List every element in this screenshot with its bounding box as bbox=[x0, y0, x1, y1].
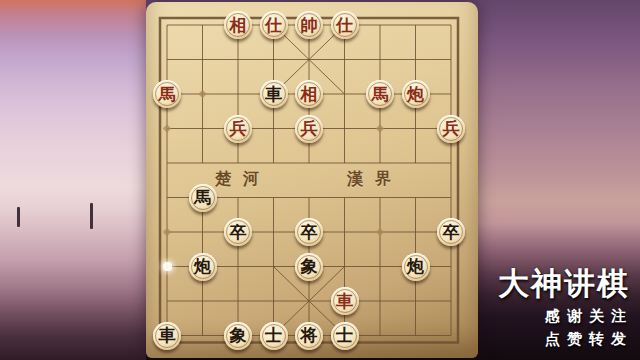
piece-black-chariot: 車 bbox=[153, 322, 181, 350]
piece-red-soldier: 兵 bbox=[295, 115, 323, 143]
caption-line2: 点赞转发 bbox=[545, 330, 633, 349]
piece-red-elephant: 相 bbox=[295, 80, 323, 108]
sea-post-left bbox=[17, 207, 20, 227]
xiangqi-board: 楚河 漢界 相仕帥仕馬車相馬炮兵兵兵馬卒卒卒炮象炮車車象士将士 bbox=[146, 2, 478, 358]
piece-black-advisor: 士 bbox=[260, 322, 288, 350]
sea-post-right bbox=[90, 203, 93, 229]
piece-red-horse: 馬 bbox=[366, 80, 394, 108]
piece-black-advisor: 士 bbox=[331, 322, 359, 350]
piece-black-horse: 馬 bbox=[189, 184, 217, 212]
caption-title: 大神讲棋 bbox=[498, 263, 630, 305]
piece-red-advisor: 仕 bbox=[260, 11, 288, 39]
piece-black-general: 将 bbox=[295, 322, 323, 350]
piece-black-soldier: 卒 bbox=[224, 218, 252, 246]
caption-line1: 感谢关注 bbox=[545, 307, 633, 326]
piece-black-elephant: 象 bbox=[295, 253, 323, 281]
piece-black-chariot: 車 bbox=[260, 80, 288, 108]
piece-black-cannon: 炮 bbox=[189, 253, 217, 281]
piece-red-cannon: 炮 bbox=[402, 80, 430, 108]
piece-red-soldier: 兵 bbox=[224, 115, 252, 143]
piece-red-general: 帥 bbox=[295, 11, 323, 39]
piece-black-cannon: 炮 bbox=[402, 253, 430, 281]
background-sea-sunset bbox=[0, 0, 146, 360]
piece-red-elephant: 相 bbox=[224, 11, 252, 39]
video-frame: 楚河 漢界 相仕帥仕馬車相馬炮兵兵兵馬卒卒卒炮象炮車車象士将士 大神讲棋 感谢关… bbox=[0, 0, 640, 360]
caption-overlay: 大神讲棋 感谢关注 点赞转发 bbox=[478, 0, 640, 360]
last-move-marker bbox=[163, 262, 172, 271]
piece-red-soldier: 兵 bbox=[437, 115, 465, 143]
board-grid bbox=[146, 2, 478, 358]
piece-red-chariot: 車 bbox=[331, 287, 359, 315]
piece-black-soldier: 卒 bbox=[437, 218, 465, 246]
river-label-right: 漢界 bbox=[330, 169, 420, 190]
piece-red-horse: 馬 bbox=[153, 80, 181, 108]
piece-red-advisor: 仕 bbox=[331, 11, 359, 39]
piece-black-soldier: 卒 bbox=[295, 218, 323, 246]
piece-black-elephant: 象 bbox=[224, 322, 252, 350]
